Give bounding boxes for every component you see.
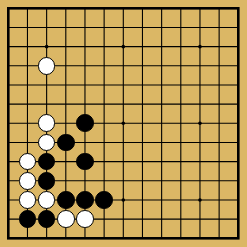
white-stone	[57, 210, 75, 228]
board-point[interactable]	[75, 75, 94, 94]
board-point[interactable]	[209, 18, 228, 37]
board-point[interactable]	[152, 209, 171, 228]
board-point[interactable]	[133, 114, 152, 133]
board-point[interactable]	[133, 229, 152, 247]
board-point[interactable]	[95, 229, 114, 247]
board-point[interactable]	[190, 229, 209, 247]
board-point[interactable]	[229, 114, 247, 133]
board-point[interactable]	[0, 0, 18, 18]
board-point[interactable]	[18, 37, 37, 56]
board-point[interactable]	[0, 95, 18, 114]
board-point[interactable]	[56, 133, 75, 152]
board-point[interactable]	[209, 75, 228, 94]
board-point[interactable]	[229, 229, 247, 247]
board-point[interactable]	[229, 37, 247, 56]
board-point[interactable]	[75, 229, 94, 247]
board-point[interactable]	[209, 133, 228, 152]
board-point[interactable]	[18, 0, 37, 18]
board-point[interactable]	[209, 0, 228, 18]
board-point[interactable]	[18, 114, 37, 133]
board-point[interactable]	[0, 18, 18, 37]
board-point[interactable]	[114, 133, 133, 152]
board-point[interactable]	[114, 75, 133, 94]
board-point[interactable]	[95, 37, 114, 56]
board-point[interactable]	[114, 229, 133, 247]
white-stone	[19, 153, 37, 171]
board-point[interactable]	[37, 190, 56, 209]
board-point[interactable]	[56, 152, 75, 171]
board-point[interactable]	[75, 190, 94, 209]
black-stone	[76, 153, 94, 171]
board-point[interactable]	[18, 152, 37, 171]
board-point[interactable]	[37, 229, 56, 247]
board-point[interactable]	[56, 95, 75, 114]
board-point[interactable]	[37, 114, 56, 133]
board-point[interactable]	[171, 75, 190, 94]
board-point[interactable]	[95, 0, 114, 18]
board-point[interactable]	[171, 171, 190, 190]
board-point[interactable]	[0, 152, 18, 171]
board-point[interactable]	[133, 95, 152, 114]
board-point[interactable]	[18, 229, 37, 247]
board-point[interactable]	[133, 56, 152, 75]
board-point[interactable]	[190, 152, 209, 171]
board-point[interactable]	[114, 56, 133, 75]
white-stone	[76, 210, 94, 228]
board-point[interactable]	[229, 0, 247, 18]
board-point[interactable]	[18, 171, 37, 190]
board-point[interactable]	[171, 95, 190, 114]
board-point[interactable]	[114, 171, 133, 190]
black-stone	[57, 134, 75, 152]
white-stone	[19, 191, 37, 209]
board-point[interactable]	[209, 229, 228, 247]
board-point[interactable]	[171, 18, 190, 37]
black-stone	[57, 191, 75, 209]
board-point[interactable]	[75, 18, 94, 37]
board-point[interactable]	[190, 56, 209, 75]
board-point[interactable]	[95, 133, 114, 152]
board-point[interactable]	[37, 37, 56, 56]
board-point[interactable]	[114, 152, 133, 171]
board-point[interactable]	[209, 171, 228, 190]
board-point[interactable]	[209, 152, 228, 171]
board-point[interactable]	[0, 133, 18, 152]
board-point[interactable]	[171, 152, 190, 171]
board-point[interactable]	[171, 114, 190, 133]
board-point[interactable]	[209, 209, 228, 228]
board-point[interactable]	[37, 75, 56, 94]
board-point[interactable]	[18, 95, 37, 114]
board-point[interactable]	[209, 95, 228, 114]
board-point[interactable]	[56, 190, 75, 209]
board-point[interactable]	[152, 133, 171, 152]
board-point[interactable]	[190, 190, 209, 209]
board-point[interactable]	[152, 152, 171, 171]
board-point[interactable]	[56, 171, 75, 190]
board-point[interactable]	[190, 95, 209, 114]
board-point[interactable]	[190, 0, 209, 18]
board-point[interactable]	[133, 18, 152, 37]
board-point[interactable]	[171, 0, 190, 18]
board-point[interactable]	[229, 95, 247, 114]
board-point[interactable]	[56, 114, 75, 133]
board-point[interactable]	[209, 114, 228, 133]
black-stone	[95, 191, 113, 209]
board-point[interactable]	[171, 56, 190, 75]
board-point[interactable]	[171, 37, 190, 56]
board-point[interactable]	[133, 75, 152, 94]
board-point[interactable]	[75, 0, 94, 18]
white-stone	[38, 134, 56, 152]
board-point[interactable]	[171, 209, 190, 228]
board-point[interactable]	[152, 0, 171, 18]
board-point[interactable]	[152, 190, 171, 209]
board-point[interactable]	[0, 209, 18, 228]
board-point[interactable]	[95, 75, 114, 94]
black-stone	[19, 210, 37, 228]
board-point[interactable]	[56, 0, 75, 18]
board-point[interactable]	[152, 229, 171, 247]
board-point[interactable]	[152, 75, 171, 94]
board-point[interactable]	[190, 171, 209, 190]
board-point[interactable]	[114, 0, 133, 18]
board-point[interactable]	[37, 0, 56, 18]
board-point[interactable]	[133, 152, 152, 171]
white-stone	[38, 114, 56, 132]
board-point[interactable]	[75, 56, 94, 75]
board-point[interactable]	[190, 133, 209, 152]
board-point[interactable]	[95, 56, 114, 75]
board-point[interactable]	[190, 75, 209, 94]
board-point[interactable]	[37, 56, 56, 75]
board-point[interactable]	[37, 152, 56, 171]
board-point[interactable]	[114, 114, 133, 133]
board-point[interactable]	[95, 171, 114, 190]
board-point[interactable]	[56, 75, 75, 94]
board-point[interactable]	[0, 190, 18, 209]
board-point[interactable]	[114, 37, 133, 56]
board-point[interactable]	[152, 18, 171, 37]
white-stone	[38, 57, 56, 75]
board-point[interactable]	[0, 114, 18, 133]
board-point[interactable]	[229, 133, 247, 152]
board-point[interactable]	[229, 171, 247, 190]
board-point[interactable]	[18, 56, 37, 75]
board-point[interactable]	[171, 229, 190, 247]
black-stone	[38, 153, 56, 171]
board-point[interactable]	[114, 95, 133, 114]
board-point[interactable]	[0, 75, 18, 94]
board-point[interactable]	[0, 56, 18, 75]
board-point[interactable]	[229, 209, 247, 228]
board-point[interactable]	[37, 209, 56, 228]
board-point[interactable]	[229, 152, 247, 171]
board-point[interactable]	[114, 18, 133, 37]
board-point[interactable]	[37, 133, 56, 152]
board-point[interactable]	[133, 133, 152, 152]
board-point[interactable]	[114, 209, 133, 228]
board-point[interactable]	[75, 209, 94, 228]
board-point[interactable]	[152, 114, 171, 133]
board-point[interactable]	[209, 37, 228, 56]
board-point[interactable]	[18, 133, 37, 152]
board-point[interactable]	[95, 114, 114, 133]
board-point[interactable]	[152, 37, 171, 56]
board-point[interactable]	[95, 209, 114, 228]
board-point[interactable]	[56, 229, 75, 247]
board-point[interactable]	[75, 171, 94, 190]
board-point[interactable]	[0, 171, 18, 190]
board-point[interactable]	[75, 133, 94, 152]
board-point[interactable]	[229, 75, 247, 94]
board-point[interactable]	[209, 56, 228, 75]
board-point[interactable]	[75, 152, 94, 171]
black-stone	[76, 191, 94, 209]
board-point[interactable]	[152, 56, 171, 75]
board-point[interactable]	[95, 190, 114, 209]
stone-layer	[0, 0, 247, 247]
black-stone	[38, 210, 56, 228]
board-point[interactable]	[229, 190, 247, 209]
board-point[interactable]	[37, 95, 56, 114]
board-point[interactable]	[37, 18, 56, 37]
board-point[interactable]	[56, 56, 75, 75]
white-stone	[38, 191, 56, 209]
board-point[interactable]	[18, 190, 37, 209]
board-point[interactable]	[229, 18, 247, 37]
board-point[interactable]	[190, 37, 209, 56]
board-point[interactable]	[190, 18, 209, 37]
black-stone	[38, 172, 56, 190]
board-point[interactable]	[209, 190, 228, 209]
board-point[interactable]	[0, 229, 18, 247]
board-point[interactable]	[75, 95, 94, 114]
board-point[interactable]	[95, 152, 114, 171]
board-point[interactable]	[171, 190, 190, 209]
board-point[interactable]	[0, 37, 18, 56]
board-point[interactable]	[190, 114, 209, 133]
board-point[interactable]	[95, 18, 114, 37]
go-board	[0, 0, 247, 247]
board-point[interactable]	[56, 209, 75, 228]
board-point[interactable]	[152, 95, 171, 114]
black-stone	[76, 114, 94, 132]
board-point[interactable]	[75, 114, 94, 133]
board-point[interactable]	[133, 171, 152, 190]
board-point[interactable]	[18, 18, 37, 37]
board-point[interactable]	[133, 209, 152, 228]
board-point[interactable]	[229, 56, 247, 75]
board-point[interactable]	[18, 209, 37, 228]
board-point[interactable]	[18, 75, 37, 94]
board-point[interactable]	[114, 190, 133, 209]
board-point[interactable]	[171, 133, 190, 152]
board-point[interactable]	[133, 37, 152, 56]
board-point[interactable]	[133, 190, 152, 209]
board-point[interactable]	[190, 209, 209, 228]
board-point[interactable]	[95, 95, 114, 114]
board-point[interactable]	[152, 171, 171, 190]
board-point[interactable]	[133, 0, 152, 18]
board-point[interactable]	[37, 171, 56, 190]
white-stone	[19, 172, 37, 190]
board-point[interactable]	[75, 37, 94, 56]
board-point[interactable]	[56, 18, 75, 37]
board-point[interactable]	[56, 37, 75, 56]
